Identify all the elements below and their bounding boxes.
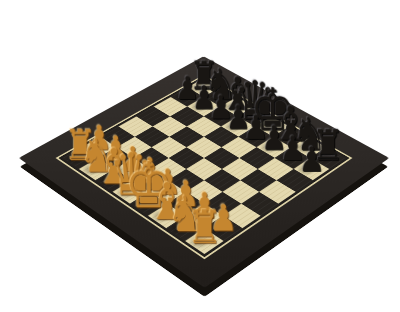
playing-field: ♜♞♝♛♚♝♞♜♟♟♟♟♟♟♟♟♟♟♟♟♟♟♟♟♜♞♝♛♚♝♞♜ (56, 75, 353, 260)
board-scene: ♜♞♝♛♚♝♞♜♟♟♟♟♟♟♟♟♟♟♟♟♟♟♟♟♜♞♝♛♚♝♞♜ (0, 0, 400, 312)
board-grid: ♜♞♝♛♚♝♞♜♟♟♟♟♟♟♟♟♟♟♟♟♟♟♟♟♜♞♝♛♚♝♞♜ (63, 78, 346, 254)
piece-black-bishop[interactable]: ♝ (220, 70, 255, 115)
piece-black-pawn[interactable]: ♟ (298, 141, 324, 175)
square-e7[interactable]: ♟ (238, 126, 273, 147)
square-h1[interactable]: ♜ (185, 228, 223, 254)
piece-black-pawn[interactable]: ♟ (243, 110, 268, 143)
square-e6[interactable] (221, 137, 256, 158)
square-b5[interactable] (153, 116, 187, 136)
square-d6[interactable] (204, 126, 239, 147)
chess-board: ♜♞♝♛♚♝♞♜♟♟♟♟♟♟♟♟♟♟♟♟♟♟♟♟♜♞♝♛♚♝♞♜ (19, 56, 390, 288)
piece-white-rook[interactable]: ♜ (187, 204, 222, 250)
square-b7[interactable]: ♟ (187, 97, 220, 116)
piece-black-pawn[interactable]: ♟ (208, 90, 233, 122)
square-d5[interactable] (186, 137, 221, 158)
square-c6[interactable] (187, 116, 221, 136)
square-a6[interactable] (154, 97, 187, 116)
square-b8[interactable]: ♞ (204, 88, 237, 107)
photo-background: ♜♞♝♛♚♝♞♜♟♟♟♟♟♟♟♟♟♟♟♟♟♟♟♟♜♞♝♛♚♝♞♜ (0, 0, 400, 312)
square-a8[interactable]: ♜ (187, 78, 220, 97)
piece-black-pawn[interactable]: ♟ (226, 100, 251, 133)
square-d7[interactable]: ♟ (221, 116, 255, 136)
square-c7[interactable]: ♟ (204, 107, 238, 127)
square-c8[interactable]: ♝ (220, 97, 253, 116)
square-a7[interactable]: ♟ (171, 88, 204, 107)
square-d8[interactable]: ♛ (238, 107, 272, 127)
square-c5[interactable] (169, 126, 204, 147)
piece-black-knight[interactable]: ♞ (204, 63, 237, 106)
square-a5[interactable] (136, 107, 170, 127)
piece-black-rook[interactable]: ♜ (189, 56, 219, 95)
square-b6[interactable] (170, 107, 204, 127)
piece-black-queen[interactable]: ♛ (234, 74, 275, 128)
piece-black-pawn[interactable]: ♟ (175, 71, 199, 103)
piece-black-pawn[interactable]: ♟ (192, 81, 216, 113)
